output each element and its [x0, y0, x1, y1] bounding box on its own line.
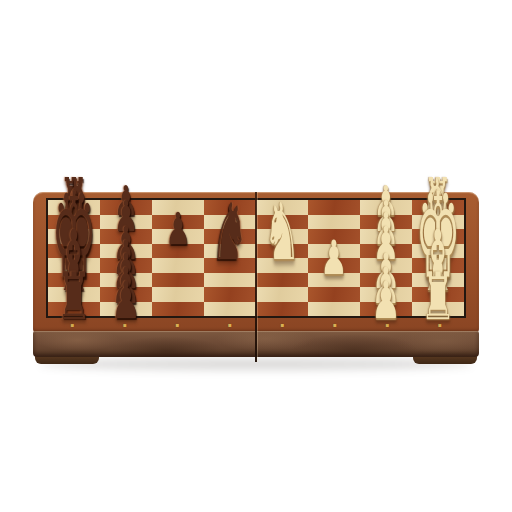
square-b7	[100, 215, 152, 230]
square-b4	[256, 215, 308, 230]
square-d5	[204, 244, 256, 259]
square-a7	[100, 200, 152, 215]
square-e1	[412, 258, 464, 273]
square-c3	[308, 229, 360, 244]
square-h3	[308, 302, 360, 317]
square-h4	[256, 302, 308, 317]
square-d3	[308, 244, 360, 259]
square-c6	[152, 229, 204, 244]
square-f1	[412, 273, 464, 288]
square-d8	[48, 244, 100, 259]
square-b1	[412, 215, 464, 230]
square-b2	[360, 215, 412, 230]
square-c4	[256, 229, 308, 244]
board-hinge-seam	[255, 192, 257, 362]
square-c7	[100, 229, 152, 244]
square-f6	[152, 273, 204, 288]
square-a5	[204, 200, 256, 215]
square-g3	[308, 287, 360, 302]
square-e3	[308, 258, 360, 273]
square-a6	[152, 200, 204, 215]
border-mark: ▪	[228, 321, 232, 329]
square-e2	[360, 258, 412, 273]
square-g8	[48, 287, 100, 302]
square-h1	[412, 302, 464, 317]
square-f3	[308, 273, 360, 288]
square-e4	[256, 258, 308, 273]
square-b5	[204, 215, 256, 230]
square-a2	[360, 200, 412, 215]
border-mark: ▪	[175, 321, 179, 329]
border-mark: ▪	[438, 321, 442, 329]
square-d4	[256, 244, 308, 259]
square-d1	[412, 244, 464, 259]
square-e5	[204, 258, 256, 273]
product-photo-canvas: ▪▪▪▪▪▪▪▪ ♜♞♝♛♚♝♜♟♟♟♟♟♟♟♟♞♞♟♟♟♟♟♟♟♟♜♞♝♛♚♝…	[0, 0, 512, 512]
square-f8	[48, 273, 100, 288]
square-c1	[412, 229, 464, 244]
square-e6	[152, 258, 204, 273]
square-g6	[152, 287, 204, 302]
square-f2	[360, 273, 412, 288]
square-h8	[48, 302, 100, 317]
square-d2	[360, 244, 412, 259]
square-g5	[204, 287, 256, 302]
square-c5	[204, 229, 256, 244]
chess-board: ▪▪▪▪▪▪▪▪	[0, 0, 512, 512]
border-mark: ▪	[70, 321, 74, 329]
square-g2	[360, 287, 412, 302]
square-a3	[308, 200, 360, 215]
square-a1	[412, 200, 464, 215]
square-c2	[360, 229, 412, 244]
square-d6	[152, 244, 204, 259]
square-g1	[412, 287, 464, 302]
square-h2	[360, 302, 412, 317]
square-h5	[204, 302, 256, 317]
square-e7	[100, 258, 152, 273]
border-mark: ▪	[123, 321, 127, 329]
square-f4	[256, 273, 308, 288]
square-a4	[256, 200, 308, 215]
square-h7	[100, 302, 152, 317]
square-b3	[308, 215, 360, 230]
square-b8	[48, 215, 100, 230]
square-h6	[152, 302, 204, 317]
square-f5	[204, 273, 256, 288]
border-mark: ▪	[333, 321, 337, 329]
square-g7	[100, 287, 152, 302]
square-b6	[152, 215, 204, 230]
border-mark: ▪	[280, 321, 284, 329]
square-g4	[256, 287, 308, 302]
square-d7	[100, 244, 152, 259]
square-a8	[48, 200, 100, 215]
square-f7	[100, 273, 152, 288]
square-e8	[48, 258, 100, 273]
border-mark: ▪	[385, 321, 389, 329]
square-c8	[48, 229, 100, 244]
